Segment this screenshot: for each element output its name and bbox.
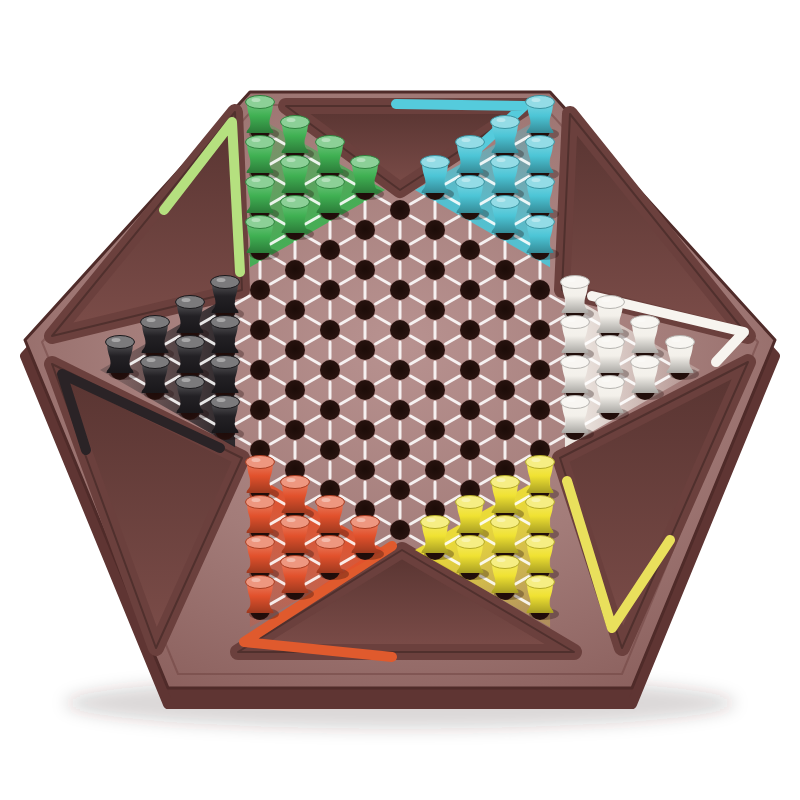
peg-top bbox=[281, 156, 310, 169]
peg-highlight bbox=[322, 538, 331, 542]
hole-c10-r2[interactable] bbox=[460, 240, 480, 260]
peg-highlight bbox=[427, 158, 436, 162]
peg-top bbox=[491, 516, 520, 529]
peg-highlight bbox=[602, 298, 611, 302]
peg-top bbox=[666, 336, 695, 349]
peg-top bbox=[211, 316, 240, 329]
hole-c12-r7[interactable] bbox=[530, 400, 550, 420]
peg-highlight bbox=[357, 518, 366, 522]
peg-top bbox=[526, 136, 555, 149]
peg-highlight bbox=[147, 318, 156, 322]
peg-highlight bbox=[287, 198, 296, 202]
peg-highlight bbox=[532, 538, 541, 542]
peg-top bbox=[211, 396, 240, 409]
hole-c8-r3[interactable] bbox=[390, 320, 410, 340]
hole-c7-r6[interactable] bbox=[355, 420, 375, 440]
peg-top bbox=[351, 516, 380, 529]
hole-c7-r4[interactable] bbox=[355, 340, 375, 360]
peg-highlight bbox=[497, 518, 506, 522]
hole-c4-r7[interactable] bbox=[250, 400, 270, 420]
hole-c9-r2[interactable] bbox=[425, 260, 445, 280]
hole-c10-r3[interactable] bbox=[460, 280, 480, 300]
peg-highlight bbox=[217, 278, 226, 282]
peg-top bbox=[281, 116, 310, 129]
peg-top bbox=[316, 536, 345, 549]
peg-highlight bbox=[532, 178, 541, 182]
peg-top bbox=[456, 536, 485, 549]
peg-highlight bbox=[602, 378, 611, 382]
hole-c5-r7[interactable] bbox=[285, 420, 305, 440]
peg-highlight bbox=[462, 138, 471, 142]
peg-top bbox=[281, 196, 310, 209]
peg-top bbox=[561, 356, 590, 369]
hole-c11-r7[interactable] bbox=[495, 420, 515, 440]
hole-c8-r8[interactable] bbox=[390, 520, 410, 540]
peg-top bbox=[491, 156, 520, 169]
peg-top bbox=[351, 156, 380, 169]
peg-top bbox=[456, 496, 485, 509]
peg-highlight bbox=[497, 158, 506, 162]
hole-c4-r6[interactable] bbox=[250, 360, 270, 380]
hole-c8-r6[interactable] bbox=[390, 440, 410, 460]
peg-highlight bbox=[532, 218, 541, 222]
peg-highlight bbox=[182, 298, 191, 302]
peg-highlight bbox=[287, 478, 296, 482]
peg-highlight bbox=[112, 338, 121, 342]
peg-top bbox=[176, 336, 205, 349]
hole-c10-r5[interactable] bbox=[460, 360, 480, 380]
hole-c7-r7[interactable] bbox=[355, 460, 375, 480]
peg-top bbox=[281, 556, 310, 569]
peg-top bbox=[246, 496, 275, 509]
peg-top bbox=[456, 136, 485, 149]
hole-c6-r2[interactable] bbox=[320, 240, 340, 260]
peg-highlight bbox=[532, 138, 541, 142]
peg-highlight bbox=[252, 498, 261, 502]
hole-c4-r5[interactable] bbox=[250, 320, 270, 340]
peg-highlight bbox=[322, 498, 331, 502]
peg-top bbox=[526, 576, 555, 589]
peg-highlight bbox=[252, 578, 261, 582]
peg-top bbox=[596, 296, 625, 309]
hole-c7-r3[interactable] bbox=[355, 300, 375, 320]
hole-c11-r6[interactable] bbox=[495, 380, 515, 400]
peg-top bbox=[141, 356, 170, 369]
hole-c9-r7[interactable] bbox=[425, 460, 445, 480]
hole-c7-r1[interactable] bbox=[355, 220, 375, 240]
peg-top bbox=[596, 376, 625, 389]
peg-top bbox=[526, 96, 555, 109]
peg-highlight bbox=[532, 98, 541, 102]
hole-c5-r6[interactable] bbox=[285, 380, 305, 400]
hole-c10-r4[interactable] bbox=[460, 320, 480, 340]
peg-top bbox=[281, 516, 310, 529]
peg-top bbox=[456, 176, 485, 189]
hole-c10-r6[interactable] bbox=[460, 400, 480, 420]
peg-highlight bbox=[567, 358, 576, 362]
peg-highlight bbox=[252, 178, 261, 182]
peg-highlight bbox=[217, 398, 226, 402]
peg-highlight bbox=[287, 558, 296, 562]
peg-top bbox=[631, 316, 660, 329]
hole-c6-r7[interactable] bbox=[320, 440, 340, 460]
peg-highlight bbox=[287, 518, 296, 522]
peg-top bbox=[316, 496, 345, 509]
chinese-checkers-photo: Chinese Checkers (hexagonal wooden peg b… bbox=[0, 0, 800, 800]
peg-top bbox=[316, 136, 345, 149]
peg-highlight bbox=[357, 158, 366, 162]
peg-top bbox=[526, 216, 555, 229]
hole-c5-r5[interactable] bbox=[285, 340, 305, 360]
peg-top bbox=[211, 276, 240, 289]
hole-c8-r4[interactable] bbox=[390, 360, 410, 380]
peg-highlight bbox=[532, 458, 541, 462]
hole-c8-r0[interactable] bbox=[390, 200, 410, 220]
hole-c11-r4[interactable] bbox=[495, 300, 515, 320]
peg-top bbox=[176, 296, 205, 309]
hole-c6-r4[interactable] bbox=[320, 320, 340, 340]
peg-highlight bbox=[147, 358, 156, 362]
hole-c6-r3[interactable] bbox=[320, 280, 340, 300]
hole-c5-r3[interactable] bbox=[285, 260, 305, 280]
peg-top bbox=[491, 476, 520, 489]
peg-highlight bbox=[602, 338, 611, 342]
peg-top bbox=[281, 476, 310, 489]
peg-top bbox=[526, 496, 555, 509]
peg-top bbox=[526, 536, 555, 549]
hole-c11-r3[interactable] bbox=[495, 260, 515, 280]
peg-highlight bbox=[497, 198, 506, 202]
hole-c7-r2[interactable] bbox=[355, 260, 375, 280]
peg-highlight bbox=[462, 538, 471, 542]
peg-highlight bbox=[252, 458, 261, 462]
peg-highlight bbox=[497, 558, 506, 562]
peg-highlight bbox=[252, 98, 261, 102]
peg-top bbox=[491, 116, 520, 129]
hole-c12-r4[interactable] bbox=[530, 280, 550, 300]
peg-highlight bbox=[532, 578, 541, 582]
peg-top bbox=[421, 156, 450, 169]
peg-top bbox=[246, 96, 275, 109]
peg-highlight bbox=[532, 498, 541, 502]
peg-highlight bbox=[462, 178, 471, 182]
peg-top bbox=[211, 356, 240, 369]
peg-highlight bbox=[427, 518, 436, 522]
hole-c6-r5[interactable] bbox=[320, 360, 340, 380]
peg-highlight bbox=[497, 478, 506, 482]
peg-highlight bbox=[637, 318, 646, 322]
peg-top bbox=[526, 456, 555, 469]
peg-top bbox=[596, 336, 625, 349]
chinese-checkers-board bbox=[0, 0, 800, 800]
peg-highlight bbox=[567, 278, 576, 282]
peg-highlight bbox=[182, 338, 191, 342]
hole-c8-r2[interactable] bbox=[390, 280, 410, 300]
peg-highlight bbox=[287, 158, 296, 162]
hole-c9-r4[interactable] bbox=[425, 340, 445, 360]
peg-highlight bbox=[182, 378, 191, 382]
hole-c8-r7[interactable] bbox=[390, 480, 410, 500]
hole-c4-r4[interactable] bbox=[250, 280, 270, 300]
peg-highlight bbox=[252, 538, 261, 542]
peg-top bbox=[106, 336, 135, 349]
peg-highlight bbox=[567, 318, 576, 322]
hole-c12-r6[interactable] bbox=[530, 360, 550, 380]
peg-top bbox=[246, 576, 275, 589]
peg-top bbox=[526, 176, 555, 189]
peg-top bbox=[246, 536, 275, 549]
peg-top bbox=[176, 376, 205, 389]
peg-highlight bbox=[497, 118, 506, 122]
peg-top bbox=[246, 176, 275, 189]
peg-highlight bbox=[637, 358, 646, 362]
peg-top bbox=[561, 316, 590, 329]
peg-highlight bbox=[252, 218, 261, 222]
hole-c9-r5[interactable] bbox=[425, 380, 445, 400]
peg-highlight bbox=[287, 118, 296, 122]
hole-c10-r7[interactable] bbox=[460, 440, 480, 460]
peg-highlight bbox=[462, 498, 471, 502]
peg-top bbox=[561, 396, 590, 409]
peg-top bbox=[491, 196, 520, 209]
peg-top bbox=[631, 356, 660, 369]
hole-c7-r5[interactable] bbox=[355, 380, 375, 400]
peg-highlight bbox=[217, 318, 226, 322]
peg-highlight bbox=[672, 338, 681, 342]
peg-highlight bbox=[252, 138, 261, 142]
hole-c9-r6[interactable] bbox=[425, 420, 445, 440]
peg-highlight bbox=[322, 138, 331, 142]
hole-c5-r4[interactable] bbox=[285, 300, 305, 320]
peg-top bbox=[491, 556, 520, 569]
peg-highlight bbox=[217, 358, 226, 362]
peg-top bbox=[246, 216, 275, 229]
peg-top bbox=[421, 516, 450, 529]
hole-c6-r6[interactable] bbox=[320, 400, 340, 420]
peg-top bbox=[246, 136, 275, 149]
peg-top bbox=[246, 456, 275, 469]
peg-highlight bbox=[567, 398, 576, 402]
peg-top bbox=[316, 176, 345, 189]
hole-c9-r1[interactable] bbox=[425, 220, 445, 240]
peg-top bbox=[561, 276, 590, 289]
hole-c8-r1[interactable] bbox=[390, 240, 410, 260]
hole-c12-r5[interactable] bbox=[530, 320, 550, 340]
hole-c11-r5[interactable] bbox=[495, 340, 515, 360]
hole-c8-r5[interactable] bbox=[390, 400, 410, 420]
peg-top bbox=[141, 316, 170, 329]
hole-c9-r3[interactable] bbox=[425, 300, 445, 320]
peg-highlight bbox=[322, 178, 331, 182]
